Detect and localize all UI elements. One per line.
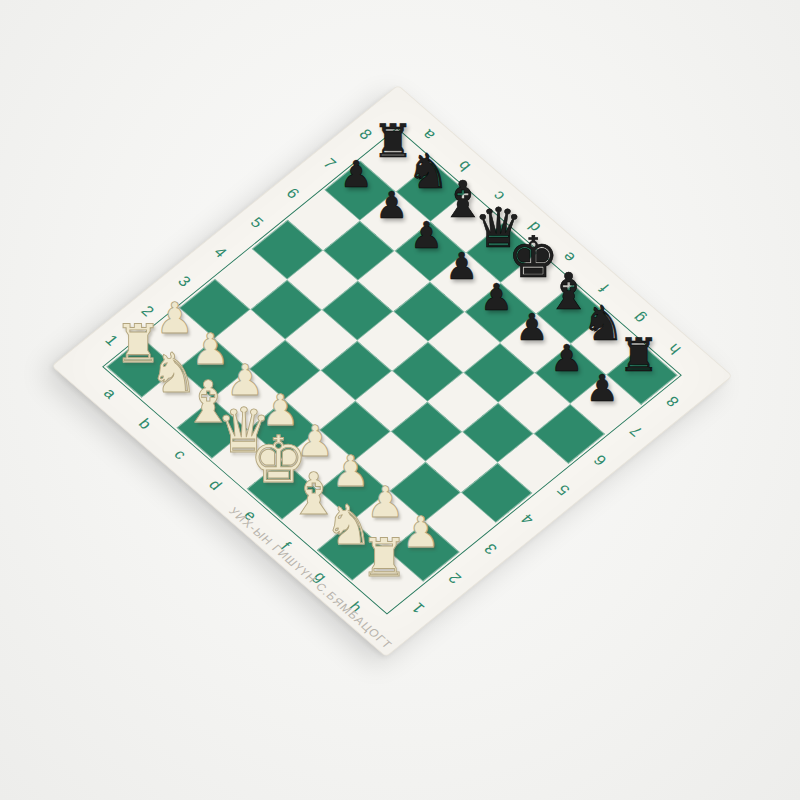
chess-mat: abcdefgh abcdefgh 87654321 87654321 УИХ-… (51, 85, 733, 657)
p-glyph: ♟ (585, 370, 618, 407)
p-glyph: ♟ (445, 248, 478, 285)
p-glyph: ♟ (375, 187, 408, 224)
r-glyph: ♜ (618, 332, 659, 378)
product-photo-scene: abcdefgh abcdefgh 87654321 87654321 УИХ-… (0, 0, 800, 800)
p-glyph: ♟ (410, 217, 443, 254)
p-glyph: ♟ (340, 156, 373, 193)
p-glyph: ♟ (515, 309, 548, 346)
r-glyph: ♜ (360, 531, 408, 584)
p-glyph: ♟ (550, 340, 583, 377)
p-glyph: ♟ (480, 279, 513, 316)
